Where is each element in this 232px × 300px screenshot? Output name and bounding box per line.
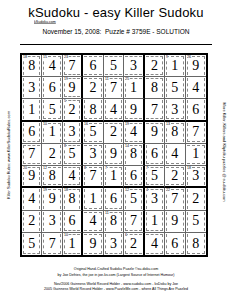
- solution-digit: 4: [28, 192, 35, 206]
- solution-digit: 1: [69, 237, 76, 251]
- solution-digit: 7: [69, 59, 76, 73]
- solution-digit: 9: [69, 81, 76, 95]
- cage-sum: 18: [64, 188, 68, 192]
- cell-r1c9: 269: [186, 55, 206, 77]
- cell-r1c6: 3: [124, 55, 144, 77]
- solution-digit: 4: [69, 169, 76, 183]
- solution-digit: 2: [192, 192, 199, 206]
- cell-r3c1: 1: [22, 99, 42, 121]
- cell-r8c1: 2: [22, 211, 42, 233]
- solution-digit: 4: [90, 214, 97, 228]
- cell-r6c9: 183: [186, 166, 206, 188]
- solution-digit: 3: [192, 169, 199, 183]
- cell-r8c7: 1: [145, 211, 165, 233]
- solution-digit: 5: [192, 214, 199, 228]
- cell-r5c2: 2: [42, 144, 62, 166]
- cell-r9c9: 8: [186, 233, 206, 255]
- cell-r9c8: 6: [165, 233, 185, 255]
- cage-sum: 18: [23, 55, 27, 59]
- solution-digit: 5: [110, 59, 117, 73]
- cage-sum: 19: [125, 122, 129, 126]
- cell-r9c2: 7: [42, 233, 62, 255]
- killer-sudoku-board: 1881542376532912693619921172518541552849…: [20, 53, 208, 257]
- cell-r9c4: 9: [83, 233, 103, 255]
- cell-r4c7: 9: [145, 122, 165, 144]
- solution-digit: 8: [110, 214, 117, 228]
- cell-r3c4: 8: [83, 99, 103, 121]
- solution-digit: 6: [151, 147, 158, 161]
- solution-digit: 1: [151, 214, 158, 228]
- solution-digit: 2: [110, 125, 117, 139]
- solution-digit: 8: [192, 237, 199, 251]
- cell-r1c7: 2: [145, 55, 165, 77]
- solution-digit: 6: [69, 214, 76, 228]
- solution-digit: 7: [151, 103, 158, 117]
- cell-r7c7: 43: [145, 188, 165, 210]
- cell-r9c7: 4: [145, 233, 165, 255]
- solution-digit: 3: [171, 103, 178, 117]
- solution-digit: 4: [110, 103, 117, 117]
- cell-r3c7: 7: [145, 99, 165, 121]
- solution-digit: 5: [171, 81, 178, 95]
- cell-r1c1: 188: [22, 55, 42, 77]
- solution-digit: 9: [151, 125, 158, 139]
- cell-r1c4: 6: [83, 55, 103, 77]
- cell-r9c5: 3: [104, 233, 124, 255]
- solution-digit: 7: [130, 214, 137, 228]
- cell-r2c7: 8: [145, 77, 165, 99]
- cell-r2c4: 2: [83, 77, 103, 99]
- solution-digit: 7: [49, 237, 56, 251]
- cage-sum: 18: [187, 166, 191, 170]
- solution-digit: 7: [110, 81, 117, 95]
- solution-digit: 7: [90, 169, 97, 183]
- solution-digit: 8: [90, 103, 97, 117]
- cell-r3c2: 5: [42, 99, 62, 121]
- cell-r3c9: 6: [186, 99, 206, 121]
- solution-digit: 3: [28, 81, 35, 95]
- solution-digit: 5: [151, 169, 158, 183]
- cell-r5c3: 85: [63, 144, 83, 166]
- cage-sum: 13: [166, 122, 170, 126]
- cell-r4c5: 2: [104, 122, 124, 144]
- solution-digit: 2: [49, 147, 56, 161]
- cell-r5c4: 3: [83, 144, 103, 166]
- solution-digit: 1: [171, 59, 178, 73]
- cell-r6c4: 87: [83, 166, 103, 188]
- cage-sum: 15: [43, 55, 47, 59]
- cell-r1c3: 237: [63, 55, 83, 77]
- solution-digit: 3: [110, 237, 117, 251]
- cell-r8c5: 118: [104, 211, 124, 233]
- cage-sum: 11: [105, 211, 109, 215]
- cage-sum: 7: [146, 166, 148, 170]
- solution-digit: 6: [130, 169, 137, 183]
- cage-sum: 19: [64, 77, 68, 81]
- solution-digit: 6: [192, 103, 199, 117]
- cage-sum: 6: [125, 233, 127, 237]
- solution-digit: 7: [28, 147, 35, 161]
- solution-digit: 5: [49, 103, 56, 117]
- solution-digit: 3: [130, 59, 137, 73]
- cell-r6c1: 209: [22, 166, 42, 188]
- cell-r4c3: 3: [63, 122, 83, 144]
- solution-digit: 2: [28, 214, 35, 228]
- solution-digit: 8: [151, 81, 158, 95]
- solution-digit: 6: [171, 237, 178, 251]
- cell-r5c9: 1: [186, 144, 206, 166]
- cell-r3c5: 4: [104, 99, 124, 121]
- cell-r7c3: 188: [63, 188, 83, 210]
- cage-sum: 19: [43, 188, 47, 192]
- cell-r9c1: 5: [22, 233, 42, 255]
- cell-r6c8: 2: [165, 166, 185, 188]
- cage-sum: 26: [187, 55, 191, 59]
- cage-sum: 4: [146, 188, 148, 192]
- page: kSudoku - easy Killer Sudoku kSudoku.com…: [0, 0, 232, 300]
- solution-digit: 8: [130, 147, 137, 161]
- solution-digit: 7: [171, 192, 178, 206]
- cell-r7c8: 227: [165, 188, 185, 210]
- cell-r4c2: 101: [42, 122, 62, 144]
- cell-r3c3: 52: [63, 99, 83, 121]
- cage-sum: 10: [43, 122, 47, 126]
- cage-sum: 25: [125, 77, 129, 81]
- cage-sum: 8: [84, 166, 86, 170]
- cell-r2c6: 251: [124, 77, 144, 99]
- cell-r4c9: 7: [186, 122, 206, 144]
- site-link: kSudoku.com: [34, 20, 56, 24]
- solution-digit: 7: [192, 125, 199, 139]
- cell-r2c3: 199: [63, 77, 83, 99]
- puzzle-subtitle: November 15, 2008: Puzzle # 3759E - SOLU…: [0, 28, 232, 35]
- cell-r5c8: 4: [165, 144, 185, 166]
- solution-digit: 9: [130, 103, 137, 117]
- cell-r4c6: 194: [124, 122, 144, 144]
- solution-digit: 4: [151, 237, 158, 251]
- footer-line-1: Original Hand-Crafted Sudoku Puzzle ©su-…: [0, 267, 232, 272]
- cell-r7c6: 125: [124, 188, 144, 210]
- cell-r4c1: 6: [22, 122, 42, 144]
- solution-digit: 2: [151, 59, 158, 73]
- cage-sum: 8: [64, 144, 66, 148]
- solution-digit: 6: [90, 59, 97, 73]
- solution-digit: 4: [130, 125, 137, 139]
- cell-r1c2: 154: [42, 55, 62, 77]
- cell-r1c8: 91: [165, 55, 185, 77]
- solution-digit: 2: [171, 169, 178, 183]
- solution-digit: 3: [90, 147, 97, 161]
- solution-digit: 1: [28, 103, 35, 117]
- solution-digit: 5: [69, 147, 76, 161]
- page-title: kSudoku - easy Killer Sudoku: [0, 5, 232, 20]
- solution-digit: 9: [90, 237, 97, 251]
- solution-digit: 9: [110, 147, 117, 161]
- solution-digit: 2: [69, 103, 76, 117]
- cell-r5c6: 148: [124, 144, 144, 166]
- solution-digit: 4: [49, 59, 56, 73]
- footer-line-4: 2005 Guinness World Record Holder - www.…: [0, 287, 232, 292]
- cage-sum: 14: [125, 144, 129, 148]
- solution-digit: 5: [90, 125, 97, 139]
- cage-sum: 11: [105, 77, 109, 81]
- solution-digit: 6: [28, 125, 35, 139]
- cell-r7c2: 199: [42, 188, 62, 210]
- cell-r5c1: 7: [22, 144, 42, 166]
- cell-r6c3: 4: [63, 166, 83, 188]
- cell-r7c4: 1: [83, 188, 103, 210]
- solution-digit: 8: [49, 169, 56, 183]
- cell-r8c9: 5: [186, 211, 206, 233]
- cage-sum: 22: [166, 188, 170, 192]
- cage-sum: 9: [166, 55, 168, 59]
- solution-digit: 9: [28, 169, 35, 183]
- solution-digit: 1: [110, 169, 117, 183]
- cell-r8c3: 6: [63, 211, 83, 233]
- solution-digit: 8: [28, 59, 35, 73]
- cell-r3c8: 3: [165, 99, 185, 121]
- solution-digit: 5: [28, 237, 35, 251]
- cage-sum: 20: [23, 166, 27, 170]
- cage-sum: 5: [64, 99, 66, 103]
- cell-r9c3: 101: [63, 233, 83, 255]
- solution-digit: 4: [192, 81, 199, 95]
- cell-r6c5: 71: [104, 166, 124, 188]
- cell-r4c8: 138: [165, 122, 185, 144]
- cell-r6c6: 6: [124, 166, 144, 188]
- cell-r5c5: 9: [104, 144, 124, 166]
- solution-digit: 3: [151, 192, 158, 206]
- cell-r8c8: 9: [165, 211, 185, 233]
- cell-r2c2: 6: [42, 77, 62, 99]
- footer-line-2: by Joe Defries, the joe in joe-ks.com (L…: [0, 273, 232, 278]
- cage-sum: 23: [64, 55, 68, 59]
- cell-r2c1: 3: [22, 77, 42, 99]
- cage-sum: 10: [64, 233, 68, 237]
- cell-r7c9: 2: [186, 188, 206, 210]
- cage-sum: 12: [43, 166, 47, 170]
- solution-digit: 3: [69, 125, 76, 139]
- solution-digit: 2: [90, 81, 97, 95]
- solution-digit: 9: [192, 59, 199, 73]
- cell-r9c6: 62: [124, 233, 144, 255]
- cell-r2c8: 5: [165, 77, 185, 99]
- solution-digit: 3: [49, 214, 56, 228]
- cell-r2c9: 4: [186, 77, 206, 99]
- cell-r8c4: 4: [83, 211, 103, 233]
- cell-r1c5: 5: [104, 55, 124, 77]
- cell-r7c5: 6: [104, 188, 124, 210]
- cage-sum: 16: [84, 122, 88, 126]
- solution-digit: 1: [130, 81, 137, 95]
- solution-digit: 9: [49, 192, 56, 206]
- solution-digit: 4: [171, 147, 178, 161]
- solution-digit: 6: [110, 192, 117, 206]
- header-divider: [20, 44, 212, 45]
- cage-sum: 12: [125, 188, 129, 192]
- cell-r7c1: 4: [22, 188, 42, 210]
- solution-digit: 1: [192, 147, 199, 161]
- cell-r2c5: 117: [104, 77, 124, 99]
- solution-digit: 2: [130, 237, 137, 251]
- cell-r4c4: 165: [83, 122, 103, 144]
- cell-r6c7: 75: [145, 166, 165, 188]
- solution-digit: 1: [90, 192, 97, 206]
- cell-r6c2: 128: [42, 166, 62, 188]
- solution-digit: 5: [130, 192, 137, 206]
- cell-r8c2: 3: [42, 211, 62, 233]
- solution-digit: 1: [49, 125, 56, 139]
- solution-digit: 8: [171, 125, 178, 139]
- solution-digit: 6: [49, 81, 56, 95]
- solution-digit: 9: [171, 214, 178, 228]
- cell-r3c6: 9: [124, 99, 144, 121]
- cage-sum: 7: [105, 166, 107, 170]
- cell-r8c6: 7: [124, 211, 144, 233]
- cell-r5c7: 6: [145, 144, 165, 166]
- solution-digit: 8: [69, 192, 76, 206]
